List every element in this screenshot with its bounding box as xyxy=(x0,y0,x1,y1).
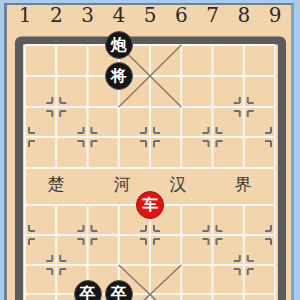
file-label-3: 3 xyxy=(78,4,98,26)
file-label-4: 4 xyxy=(109,4,129,26)
file-label-9: 9 xyxy=(265,4,285,26)
river-char-he: 河 xyxy=(110,173,134,195)
river-char-han: 汉 xyxy=(166,173,190,195)
file-label-8: 8 xyxy=(234,4,254,26)
river-char-chu: 楚 xyxy=(44,173,68,195)
file-label-7: 7 xyxy=(203,4,223,26)
black-soldier[interactable]: 卒 xyxy=(105,280,133,300)
file-label-1: 1 xyxy=(15,4,35,26)
file-label-2: 2 xyxy=(46,4,66,26)
xiangqi-board-grid[interactable] xyxy=(0,0,300,300)
red-chariot[interactable]: 车 xyxy=(136,191,164,219)
black-soldier[interactable]: 卒 xyxy=(74,280,102,300)
black-cannon[interactable]: 炮 xyxy=(105,31,133,59)
file-label-6: 6 xyxy=(171,4,191,26)
river-char-jie: 界 xyxy=(231,173,255,195)
black-general[interactable]: 将 xyxy=(105,62,133,90)
file-label-5: 5 xyxy=(140,4,160,26)
xiangqi-app-window: 1 2 3 4 5 6 7 8 9 楚 河 汉 界 炮将车卒卒 xyxy=(0,0,300,300)
